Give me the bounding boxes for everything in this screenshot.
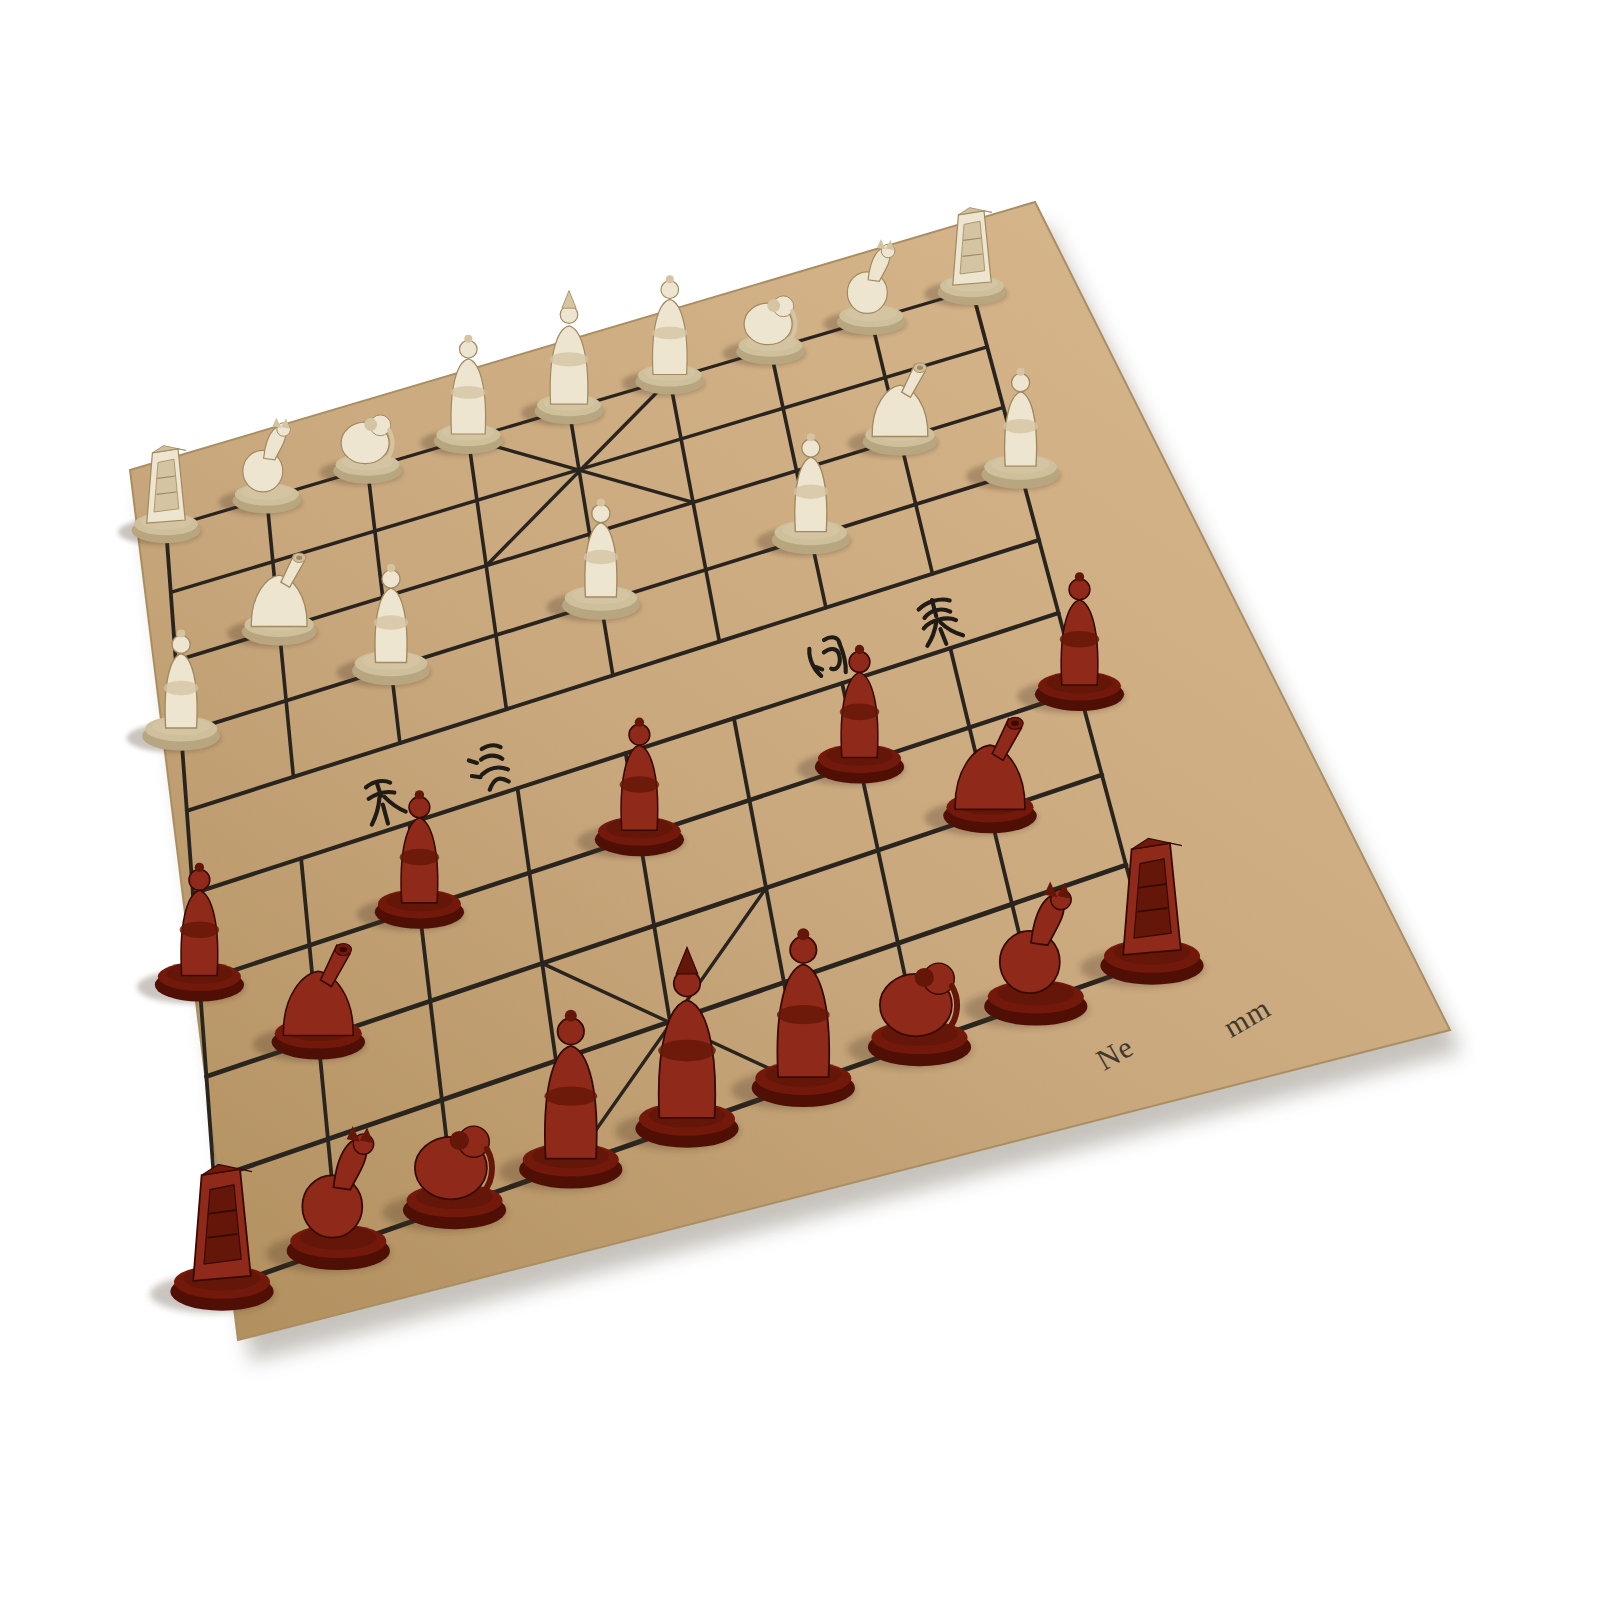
product-photo: Ne mm: [0, 0, 1600, 1600]
board-mat: [130, 202, 1450, 1340]
xiangqi-scene: Ne mm: [0, 0, 1600, 1600]
